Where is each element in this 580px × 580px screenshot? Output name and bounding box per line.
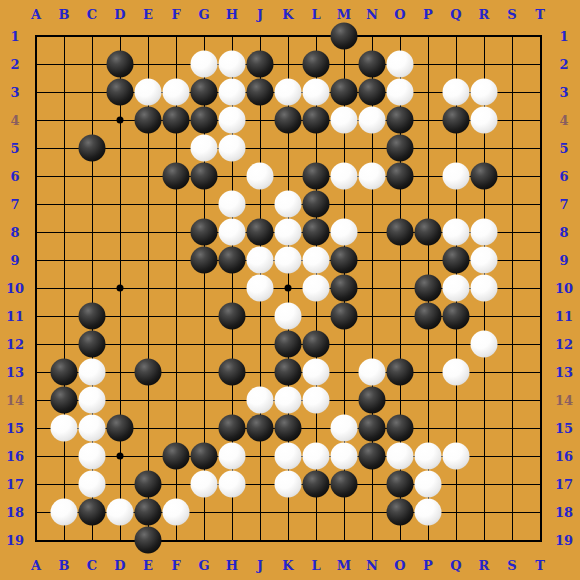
black-stone-C11: [79, 303, 106, 330]
column-label-top-D: D: [114, 8, 125, 21]
white-stone-J14: [247, 387, 274, 414]
black-stone-J3: [247, 79, 274, 106]
column-label-bottom-K: K: [282, 559, 293, 572]
black-stone-Q9: [443, 247, 470, 274]
black-stone-R6: [471, 163, 498, 190]
row-label-left-10: 10: [6, 282, 24, 295]
column-label-top-O: O: [394, 8, 405, 21]
column-label-bottom-N: N: [366, 559, 378, 572]
row-label-left-16: 16: [6, 450, 24, 463]
column-label-top-B: B: [59, 8, 70, 21]
row-label-right-15: 15: [555, 422, 573, 435]
white-stone-K11: [275, 303, 302, 330]
row-label-left-2: 2: [10, 58, 19, 71]
row-label-left-4: 4: [10, 114, 19, 127]
column-label-bottom-F: F: [171, 559, 180, 572]
black-stone-G4: [191, 107, 218, 134]
black-stone-G8: [191, 219, 218, 246]
row-label-right-19: 19: [555, 534, 573, 547]
white-stone-J6: [247, 163, 274, 190]
white-stone-H7: [219, 191, 246, 218]
column-label-top-T: T: [535, 8, 545, 21]
black-stone-E19: [135, 527, 162, 554]
column-label-bottom-D: D: [114, 559, 125, 572]
black-stone-J2: [247, 51, 274, 78]
black-stone-N14: [359, 387, 386, 414]
white-stone-K14: [275, 387, 302, 414]
white-stone-P17: [415, 471, 442, 498]
black-stone-G9: [191, 247, 218, 274]
white-stone-D18: [107, 499, 134, 526]
column-label-top-F: F: [171, 8, 180, 21]
white-stone-Q6: [443, 163, 470, 190]
black-stone-E17: [135, 471, 162, 498]
white-stone-H17: [219, 471, 246, 498]
white-stone-G2: [191, 51, 218, 78]
column-label-top-E: E: [143, 8, 153, 21]
white-stone-K16: [275, 443, 302, 470]
black-stone-C12: [79, 331, 106, 358]
black-stone-O15: [387, 415, 414, 442]
white-stone-L3: [303, 79, 330, 106]
column-label-top-K: K: [282, 8, 293, 21]
column-label-top-C: C: [87, 8, 97, 21]
column-label-bottom-R: R: [479, 559, 490, 572]
black-stone-L7: [303, 191, 330, 218]
white-stone-L13: [303, 359, 330, 386]
white-stone-R8: [471, 219, 498, 246]
black-stone-M1: [331, 23, 358, 50]
row-label-left-18: 18: [6, 506, 24, 519]
black-stone-E4: [135, 107, 162, 134]
white-stone-Q10: [443, 275, 470, 302]
black-stone-D15: [107, 415, 134, 442]
white-stone-K8: [275, 219, 302, 246]
row-label-left-15: 15: [6, 422, 24, 435]
black-stone-G16: [191, 443, 218, 470]
white-stone-M16: [331, 443, 358, 470]
column-label-top-N: N: [366, 8, 378, 21]
white-stone-Q16: [443, 443, 470, 470]
white-stone-E3: [135, 79, 162, 106]
black-stone-J15: [247, 415, 274, 442]
black-stone-O6: [387, 163, 414, 190]
black-stone-M3: [331, 79, 358, 106]
white-stone-C17: [79, 471, 106, 498]
black-stone-O5: [387, 135, 414, 162]
black-stone-N15: [359, 415, 386, 442]
black-stone-Q11: [443, 303, 470, 330]
black-stone-M11: [331, 303, 358, 330]
black-stone-E13: [135, 359, 162, 386]
column-label-top-P: P: [423, 8, 433, 21]
column-label-bottom-E: E: [143, 559, 153, 572]
white-stone-R3: [471, 79, 498, 106]
column-label-bottom-L: L: [311, 559, 320, 572]
black-stone-L6: [303, 163, 330, 190]
column-label-bottom-J: J: [257, 559, 263, 572]
black-stone-H9: [219, 247, 246, 274]
row-label-left-9: 9: [10, 254, 19, 267]
white-stone-K3: [275, 79, 302, 106]
column-label-bottom-H: H: [226, 559, 238, 572]
black-stone-M17: [331, 471, 358, 498]
black-stone-L12: [303, 331, 330, 358]
white-stone-B18: [51, 499, 78, 526]
white-stone-N4: [359, 107, 386, 134]
black-stone-P10: [415, 275, 442, 302]
black-stone-M9: [331, 247, 358, 274]
black-stone-P8: [415, 219, 442, 246]
black-stone-N16: [359, 443, 386, 470]
column-label-bottom-B: B: [59, 559, 70, 572]
white-stone-P18: [415, 499, 442, 526]
row-label-right-3: 3: [559, 86, 568, 99]
white-stone-M6: [331, 163, 358, 190]
black-stone-L4: [303, 107, 330, 134]
black-stone-J8: [247, 219, 274, 246]
white-stone-M15: [331, 415, 358, 442]
column-label-top-L: L: [311, 8, 320, 21]
black-stone-H13: [219, 359, 246, 386]
white-stone-M8: [331, 219, 358, 246]
white-stone-N13: [359, 359, 386, 386]
row-label-right-13: 13: [555, 366, 573, 379]
white-stone-L10: [303, 275, 330, 302]
white-stone-H3: [219, 79, 246, 106]
column-label-top-G: G: [198, 8, 209, 21]
row-label-left-13: 13: [6, 366, 24, 379]
white-stone-H4: [219, 107, 246, 134]
row-label-right-17: 17: [555, 478, 573, 491]
white-stone-H2: [219, 51, 246, 78]
white-stone-C13: [79, 359, 106, 386]
row-label-left-14: 14: [6, 394, 24, 407]
black-stone-L17: [303, 471, 330, 498]
white-stone-R12: [471, 331, 498, 358]
white-stone-J10: [247, 275, 274, 302]
white-stone-M4: [331, 107, 358, 134]
black-stone-G3: [191, 79, 218, 106]
row-label-right-1: 1: [559, 30, 568, 43]
black-stone-Q4: [443, 107, 470, 134]
black-stone-K4: [275, 107, 302, 134]
column-label-bottom-P: P: [423, 559, 433, 572]
white-stone-H16: [219, 443, 246, 470]
column-label-bottom-A: A: [31, 559, 41, 572]
black-stone-G6: [191, 163, 218, 190]
black-stone-L2: [303, 51, 330, 78]
black-stone-O4: [387, 107, 414, 134]
white-stone-L14: [303, 387, 330, 414]
white-stone-R10: [471, 275, 498, 302]
column-label-bottom-C: C: [87, 559, 97, 572]
white-stone-P16: [415, 443, 442, 470]
black-stone-D3: [107, 79, 134, 106]
row-label-left-5: 5: [10, 142, 19, 155]
column-label-bottom-S: S: [507, 559, 516, 572]
black-stone-K13: [275, 359, 302, 386]
black-stone-B14: [51, 387, 78, 414]
white-stone-Q3: [443, 79, 470, 106]
white-stone-N6: [359, 163, 386, 190]
star-point-D4: [117, 117, 124, 124]
row-label-right-10: 10: [555, 282, 573, 295]
column-label-top-H: H: [226, 8, 238, 21]
row-label-right-18: 18: [555, 506, 573, 519]
row-label-right-12: 12: [555, 338, 573, 351]
white-stone-G5: [191, 135, 218, 162]
white-stone-L9: [303, 247, 330, 274]
row-label-left-11: 11: [6, 310, 24, 323]
black-stone-E18: [135, 499, 162, 526]
black-stone-C5: [79, 135, 106, 162]
white-stone-C15: [79, 415, 106, 442]
column-label-bottom-Q: Q: [450, 559, 461, 572]
black-stone-L8: [303, 219, 330, 246]
star-point-D10: [117, 285, 124, 292]
star-point-D16: [117, 453, 124, 460]
black-stone-C18: [79, 499, 106, 526]
black-stone-B13: [51, 359, 78, 386]
white-stone-K9: [275, 247, 302, 274]
column-label-top-M: M: [337, 8, 351, 21]
black-stone-O18: [387, 499, 414, 526]
black-stone-H15: [219, 415, 246, 442]
white-stone-H5: [219, 135, 246, 162]
column-label-bottom-O: O: [394, 559, 405, 572]
white-stone-H8: [219, 219, 246, 246]
row-label-right-4: 4: [559, 114, 568, 127]
column-label-top-Q: Q: [450, 8, 461, 21]
white-stone-R4: [471, 107, 498, 134]
white-stone-B15: [51, 415, 78, 442]
row-label-left-19: 19: [6, 534, 24, 547]
row-label-right-2: 2: [559, 58, 568, 71]
white-stone-F18: [163, 499, 190, 526]
row-label-right-7: 7: [559, 198, 568, 211]
column-label-top-A: A: [31, 8, 41, 21]
column-label-top-S: S: [507, 8, 516, 21]
column-label-bottom-G: G: [198, 559, 209, 572]
column-label-top-R: R: [479, 8, 490, 21]
white-stone-Q13: [443, 359, 470, 386]
black-stone-F4: [163, 107, 190, 134]
black-stone-F6: [163, 163, 190, 190]
row-label-right-6: 6: [559, 170, 568, 183]
black-stone-P11: [415, 303, 442, 330]
white-stone-O2: [387, 51, 414, 78]
black-stone-K12: [275, 331, 302, 358]
row-label-right-16: 16: [555, 450, 573, 463]
white-stone-L16: [303, 443, 330, 470]
row-label-left-1: 1: [10, 30, 19, 43]
column-label-bottom-M: M: [337, 559, 351, 572]
white-stone-G17: [191, 471, 218, 498]
white-stone-Q8: [443, 219, 470, 246]
black-stone-H11: [219, 303, 246, 330]
row-label-right-11: 11: [555, 310, 573, 323]
white-stone-O3: [387, 79, 414, 106]
black-stone-K15: [275, 415, 302, 442]
black-stone-F16: [163, 443, 190, 470]
white-stone-F3: [163, 79, 190, 106]
go-board[interactable]: AABBCCDDEEFFGGHHJJKKLLMMNNOOPPQQRRSSTT11…: [0, 0, 580, 580]
black-stone-N3: [359, 79, 386, 106]
row-label-left-6: 6: [10, 170, 19, 183]
column-label-top-J: J: [257, 8, 263, 21]
row-label-right-9: 9: [559, 254, 568, 267]
black-stone-O17: [387, 471, 414, 498]
row-label-left-12: 12: [6, 338, 24, 351]
black-stone-O8: [387, 219, 414, 246]
white-stone-C14: [79, 387, 106, 414]
black-stone-D2: [107, 51, 134, 78]
white-stone-C16: [79, 443, 106, 470]
black-stone-M10: [331, 275, 358, 302]
row-label-left-3: 3: [10, 86, 19, 99]
star-point-K10: [285, 285, 292, 292]
white-stone-R9: [471, 247, 498, 274]
white-stone-J9: [247, 247, 274, 274]
row-label-right-8: 8: [559, 226, 568, 239]
row-label-left-17: 17: [6, 478, 24, 491]
white-stone-K17: [275, 471, 302, 498]
white-stone-K7: [275, 191, 302, 218]
black-stone-N2: [359, 51, 386, 78]
white-stone-O16: [387, 443, 414, 470]
row-label-left-7: 7: [10, 198, 19, 211]
black-stone-O13: [387, 359, 414, 386]
column-label-bottom-T: T: [535, 559, 545, 572]
row-label-right-5: 5: [559, 142, 568, 155]
row-label-right-14: 14: [555, 394, 573, 407]
row-label-left-8: 8: [10, 226, 19, 239]
